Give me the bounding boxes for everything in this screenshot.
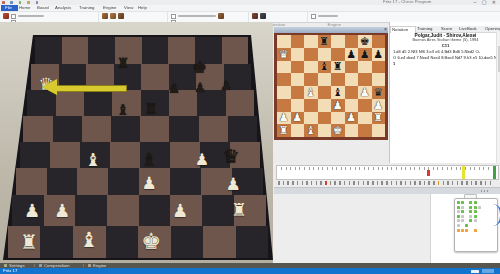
ribbon-tab-home[interactable]: Home [18,5,36,11]
square-a7[interactable]: ♛ [277,48,291,61]
move-ribbon-mark[interactable] [443,181,445,185]
square-f5[interactable] [345,73,359,86]
ribbon-group-moves: Moves [99,12,168,22]
eval-tick [451,167,452,170]
move-ribbon-mark[interactable] [283,181,285,185]
eval-tick [364,167,365,170]
eval-tick [479,167,480,170]
square3d-g1[interactable] [203,226,236,258]
move-ribbon-mark[interactable] [278,181,280,185]
square-a2[interactable]: ♟ [277,112,291,125]
piece2d-wB[interactable]: ♝ [306,125,316,136]
move-ribbon-mark[interactable] [414,181,416,185]
move-token[interactable]: 3.e3 [426,50,434,54]
move-ribbon-mark[interactable] [372,181,374,185]
square-c7[interactable] [304,48,318,61]
piece-wP-e3[interactable]: ♟ [141,175,156,192]
square3d-d3[interactable] [108,168,139,195]
move-ribbon-mark[interactable] [367,181,369,185]
ribbon-tab-engine[interactable]: Engine [102,5,123,11]
move-ribbon-mark[interactable] [466,181,468,185]
square-h4[interactable]: ♛ [372,86,386,99]
square3d-h5[interactable] [228,116,257,142]
square-c2[interactable] [304,112,318,125]
move-ribbon-mark[interactable] [461,181,463,185]
move-ribbon-mark[interactable] [447,181,449,185]
eval-tick [350,167,351,170]
square3d-c8[interactable] [88,37,115,64]
move-token[interactable]: 4.Bd3 [441,50,452,54]
piece2d-bP[interactable]: ♟ [346,49,356,60]
square3d-b1[interactable] [40,226,73,258]
move-arrow-head [42,79,57,95]
piece2d-wB[interactable]: ♝ [306,87,316,98]
piece2d-bP[interactable]: ♟ [360,49,370,60]
piece-wP-f2[interactable]: ♟ [172,202,188,220]
square-e5[interactable] [331,73,345,86]
square-c5[interactable] [304,73,318,86]
result-dot [474,219,477,222]
result-dot [457,229,460,232]
move-ribbon-mark[interactable] [391,181,393,185]
piece2d-wP[interactable]: ♟ [292,112,302,123]
taskbar-widget[interactable] [471,270,479,274]
eval-tick [322,167,323,170]
square-b5[interactable] [291,73,305,86]
square3d-e2[interactable] [139,195,171,226]
piece2d-wP[interactable]: ♟ [346,112,356,123]
square3d-a3[interactable] [16,168,47,195]
move-ribbon-mark[interactable] [320,181,322,185]
eval-tick [378,167,379,170]
square-c1[interactable]: ♝ [304,124,318,137]
piece2d-wK[interactable]: ♚ [333,125,343,136]
square-c8[interactable] [304,35,318,48]
move-token[interactable]: e5 [473,55,477,59]
square-f2[interactable]: ♟ [345,112,359,125]
eval-tick [359,167,360,170]
ribbon-tab-analysis[interactable]: Analysis [54,5,78,11]
ribbon-group-game: Game [0,12,99,22]
square3d-a8[interactable] [35,37,62,64]
eval-tick [474,167,475,170]
eval-tick [373,167,374,170]
move-ribbon-mark[interactable] [428,181,430,185]
move-token[interactable]: Bd6 [453,50,460,54]
square-b4[interactable] [291,86,305,99]
game-header: Polgar,Judit - Shirov,Alexei Buenos Aire… [390,33,500,49]
square-g8[interactable]: ♚ [358,35,372,48]
piece-wP-b2[interactable]: ♟ [54,202,70,220]
square3d-e5[interactable] [140,116,169,142]
piece2d-wR[interactable]: ♜ [373,112,383,123]
square3d-f8[interactable] [168,37,195,64]
quick-access-icon[interactable] [19,1,22,4]
square3d-g5[interactable] [199,116,228,142]
square-h1[interactable] [372,124,386,137]
square-h7[interactable]: ♟ [372,48,386,61]
quick-access-icon[interactable] [36,1,39,4]
move-ribbon-mark[interactable] [396,181,398,185]
move-ribbon-mark[interactable] [480,181,482,185]
square-e6[interactable]: ♜ [331,61,345,74]
ribbon-tab-help[interactable]: Help [137,5,151,11]
piece2d-bR[interactable]: ♜ [333,61,343,72]
ribbon-group-position: Position [249,12,308,22]
square3d-b4[interactable] [50,142,80,168]
eval-tick [419,167,420,170]
square3d-h8[interactable] [222,37,249,64]
eval-tick [309,167,310,170]
square3d-e8[interactable] [142,37,169,64]
square-a5[interactable] [277,73,291,86]
piece2d-bB[interactable]: ♝ [319,61,329,72]
ribbon-group-engine: Engine [308,12,360,22]
move-ribbon-mark[interactable] [292,181,294,185]
piece-bQ-h4[interactable]: ♛ [222,147,239,166]
ribbon-checkbox[interactable] [311,14,338,19]
square-h5[interactable] [372,73,386,86]
square3d-a4[interactable] [20,142,50,168]
eval-tick [401,167,402,170]
move-token[interactable]: Nd7 [455,55,462,59]
close-icon[interactable]: × [384,26,387,32]
square-d1[interactable] [318,124,332,137]
piece-wR-h2[interactable]: ♜ [231,201,247,219]
piece-bP-g7[interactable]: ♟ [194,81,206,94]
eval-tick [332,167,333,170]
result-dot [457,215,460,218]
square-f7[interactable]: ♟ [345,48,359,61]
result-dot [478,206,481,209]
square-h2[interactable]: ♜ [372,112,386,125]
move-ribbon-mark[interactable] [410,181,412,185]
move-ribbon-mark[interactable] [330,181,332,185]
move-ribbon-mark[interactable] [457,181,459,185]
eval-tick [442,167,443,170]
eval-tick [341,167,342,170]
square-b8[interactable] [291,35,305,48]
eval-tick [304,167,305,170]
result-dot [465,229,468,232]
notation-tab-bar: NotationTrainingScoreLiveBookOpeningsMov… [390,26,500,33]
ribbon-checkbox[interactable] [171,14,216,19]
square-e7[interactable] [331,48,345,61]
square-f8[interactable] [345,35,359,48]
square3d-b6[interactable] [56,90,84,116]
square-e8[interactable] [331,35,345,48]
move-ribbon-mark[interactable] [377,181,379,185]
move-ribbon-mark[interactable] [325,181,327,185]
move-ribbon-mark[interactable] [471,181,473,185]
taskbar-widget[interactable] [482,269,494,273]
move-ribbon-mark[interactable] [287,181,289,185]
piece2d-wP[interactable]: ♟ [333,100,343,111]
square-a6[interactable] [277,61,291,74]
square-h8[interactable] [372,35,386,48]
piece2d-bB[interactable]: ♝ [333,87,343,98]
result-dot [461,210,464,213]
result-dot [474,210,477,213]
square3d-c3[interactable] [77,168,108,195]
result-dot [474,201,477,204]
new-game-icon[interactable] [3,13,9,19]
eval-tick [355,167,356,170]
piece-bK-g8[interactable]: ♚ [193,60,207,76]
move-ribbon-mark[interactable] [424,181,426,185]
piece-wB-c4[interactable]: ♝ [85,151,101,169]
piece-bP-f7[interactable]: ♟ [168,82,180,95]
move-token[interactable]: 6.e4 [397,55,405,59]
result-dot [474,229,477,232]
square-e1[interactable]: ♚ [331,124,345,137]
square-c6[interactable] [304,61,318,74]
square3d-b8[interactable] [62,37,89,64]
square3d-f3[interactable] [170,168,201,195]
piece-bP-h7[interactable]: ♟ [220,79,232,92]
move-ribbon-mark[interactable] [485,181,487,185]
square-d2[interactable] [318,112,332,125]
square3d-f1[interactable] [171,226,204,258]
hint-icon[interactable] [218,13,224,19]
move-ribbon-mark[interactable] [344,181,346,185]
move-token[interactable]: 9.h3 [464,55,472,59]
eval-tick [387,167,388,170]
square3d-a5[interactable] [23,116,52,142]
square-g3[interactable] [358,99,372,112]
eval-tick [437,167,438,170]
notation-scrollbar[interactable] [496,32,500,163]
square-b1[interactable] [291,124,305,137]
square-g4[interactable]: ♟ [358,86,372,99]
result-dot [465,224,468,227]
move-ribbon-mark[interactable] [381,181,383,185]
move-token[interactable]: 1.d4 [393,50,401,54]
piece2d-bR[interactable]: ♜ [319,36,329,47]
eval-tick [456,167,457,170]
square-b3[interactable] [291,99,305,112]
square-g6[interactable] [358,61,372,74]
square3d-d5[interactable] [111,116,140,142]
result-dot [461,219,464,222]
square-d8[interactable]: ♜ [318,35,332,48]
evaluation-profile[interactable] [276,165,499,180]
ribbon-tab-view[interactable]: View [123,5,138,11]
result-dot [461,215,464,218]
square-h6[interactable] [372,61,386,74]
square3d-d1[interactable] [106,226,139,258]
result-dot [457,206,460,209]
move-ribbon-mark[interactable] [400,181,402,185]
move-token[interactable]: Nxe4 [430,55,439,59]
piece2d-bK[interactable]: ♚ [360,36,370,47]
event-line: Buenos Aires Sicilian theme (5), 1994 [409,38,482,42]
move-ribbon-mark[interactable] [334,181,336,185]
notation-tab-score[interactable]: Score [440,26,458,32]
move-ribbon-mark[interactable] [353,181,355,185]
eval-tick [447,167,448,170]
piece2d-wR[interactable]: ♜ [279,125,289,136]
square-g2[interactable] [358,112,372,125]
move-ribbon-mark[interactable] [419,181,421,185]
window-controls[interactable]: – ▢ ✕ [474,0,498,5]
square-e4[interactable]: ♝ [331,86,345,99]
move-ribbon-mark[interactable] [316,181,318,185]
square-f6[interactable] [345,61,359,74]
eval-tick [327,167,328,170]
board-3d-pane: ♛♜♚♟♟♟♝♜♝♝♟♛♟♟♟♟♟♜♜♝♚ [0,22,273,263]
move-list[interactable]: 1.d4d52.Nf3Nf63.e3e64.Bd3Bd65.Nbd2O-O6.e… [393,49,497,67]
eval-tick [465,167,466,170]
eval-tick [336,167,337,170]
piece-wP-a2[interactable]: ♟ [24,202,40,220]
square-c4[interactable]: ♝ [304,86,318,99]
ribbon-tab-board[interactable]: Board [36,5,54,11]
square-f1[interactable] [345,124,359,137]
move-ribbon-mark[interactable] [475,181,477,185]
square-e3[interactable]: ♟ [331,99,345,112]
square3d-d4[interactable] [110,142,140,168]
move-ribbon-mark[interactable] [339,181,341,185]
collapse-chevron-icon[interactable] [493,204,500,226]
result-dot [469,206,472,209]
square3d-c2[interactable] [75,195,107,226]
piece-wR-a1[interactable]: ♜ [20,232,38,252]
board-2d-titlebar[interactable]: Chessboard × [274,27,388,33]
square3d-c5[interactable] [82,116,111,142]
move-token[interactable]: 7.Nxe4 [416,55,429,59]
notation-tab-livebook[interactable]: LiveBook [458,26,485,32]
piece-wK-e1[interactable]: ♚ [141,231,161,253]
square-f3[interactable] [345,99,359,112]
move-ribbon-mark[interactable] [386,181,388,185]
piece-bB-d6[interactable]: ♝ [116,103,129,118]
square3d-g2[interactable] [202,195,234,226]
move-ribbon-mark[interactable] [358,181,360,185]
move-ribbon-mark[interactable] [363,181,365,185]
piece2d-wP[interactable]: ♟ [373,100,383,111]
quick-access-icon[interactable] [27,1,30,4]
file-tab[interactable]: File [1,5,18,11]
square-g7[interactable]: ♟ [358,48,372,61]
notation-tab-notation[interactable]: Notation [390,26,416,33]
result-dot [461,229,464,232]
move-token[interactable]: dxe4 [406,55,415,59]
ribbon-tab-training[interactable]: Training [78,5,101,11]
piece-wP-h3[interactable]: ♟ [225,176,240,193]
square-g5[interactable] [358,73,372,86]
move-ribbon-mark[interactable] [438,181,440,185]
square-d4[interactable] [318,86,332,99]
square3d-b3[interactable] [47,168,78,195]
move-token[interactable]: Nf6 [419,50,425,54]
square-b2[interactable]: ♟ [291,112,305,125]
square-h3[interactable]: ♟ [372,99,386,112]
square-c3[interactable] [304,99,318,112]
move-ribbon-mark[interactable] [405,181,407,185]
square-d7[interactable] [318,48,332,61]
eval-tick [488,167,489,170]
piece2d-wQ[interactable]: ♛ [279,49,289,60]
notation-panel: NotationTrainingScoreLiveBookOpeningsMov… [389,22,500,163]
move-ribbon-mark[interactable] [306,181,308,185]
move-token[interactable]: e6 [435,50,439,54]
piece-bR-e6[interactable]: ♜ [144,102,157,117]
eval-tick [295,167,296,170]
square-g1[interactable] [358,124,372,137]
square-a3[interactable] [277,99,291,112]
move-ribbon-mark[interactable] [302,181,304,185]
move-ribbon-mark[interactable] [452,181,454,185]
result-dot [469,219,472,222]
square3d-f5[interactable] [169,116,198,142]
move-ribbon[interactable] [276,180,497,186]
square-d5[interactable] [318,73,332,86]
square3d-c6[interactable] [84,90,112,116]
piece2d-wP[interactable]: ♟ [279,112,289,123]
eval-tick [286,167,287,170]
result-dot [461,201,464,204]
move-ribbon-mark[interactable] [490,181,492,185]
move-ribbon-mark[interactable] [349,181,351,185]
square-b7[interactable] [291,48,305,61]
move-token[interactable]: 10.dxe5 [478,55,492,59]
piece2d-bQ[interactable]: ♛ [373,87,383,98]
square3d-h1[interactable] [236,226,269,258]
square-d3[interactable] [318,99,332,112]
move-ribbon-mark[interactable] [297,181,299,185]
piece-wB-c1[interactable]: ♝ [80,230,99,251]
app-window: Fritz 17 - Chess Program – ▢ ✕ File Home… [0,0,500,274]
square3d-e7[interactable] [141,64,169,90]
square-b6[interactable] [291,61,305,74]
quick-access-icon[interactable] [10,1,13,4]
piece2d-wP[interactable]: ♟ [360,87,370,98]
square-d6[interactable]: ♝ [318,61,332,74]
result-dot [457,201,460,204]
notation-tab-training[interactable]: Training [416,26,439,32]
eval-marker [462,166,465,179]
quick-access-icon[interactable] [2,1,5,4]
move-ribbon-mark[interactable] [311,181,313,185]
piece-bB-e4[interactable]: ♝ [141,151,157,169]
square3d-d2[interactable] [107,195,139,226]
square-e2[interactable] [331,112,345,125]
board-2d[interactable]: ♜♚♛♟♟♟♝♜♝♝♟♛♟♟♟♟♟♜♜♝♚ [277,35,385,137]
square-f4[interactable] [345,86,359,99]
ribbon-checkbox[interactable] [11,14,52,19]
piece2d-bP[interactable]: ♟ [373,49,383,60]
eval-tick [345,167,346,170]
result-dot [469,201,472,204]
result-dot [457,210,460,213]
eval-tick [281,167,282,170]
piece-wP-g4[interactable]: ♟ [195,152,209,168]
eval-tick [391,167,392,170]
square-a8[interactable] [277,35,291,48]
move-token[interactable]: 5.Nbd2 [461,50,474,54]
square3d-b5[interactable] [53,116,82,142]
eval-tick [405,167,406,170]
move-token[interactable]: d5 [402,50,406,54]
move-token[interactable]: 8.Bxe4 [441,55,454,59]
move-token[interactable]: 2.Nf3 [408,50,418,54]
square3d-h6[interactable] [226,90,254,116]
square-a1[interactable]: ♜ [277,124,291,137]
square-a4[interactable] [277,86,291,99]
move-ribbon-mark[interactable] [433,181,435,185]
piece-bR-d8[interactable]: ♜ [117,56,130,70]
